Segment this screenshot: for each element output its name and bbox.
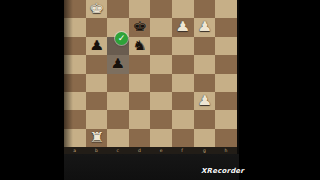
- square-b2: [86, 110, 108, 128]
- screen: { "game": "chess", "app_context": "scree…: [0, 0, 320, 180]
- square-b6: ♟: [86, 37, 108, 55]
- square-d3: [129, 92, 151, 110]
- square-g7: ♟: [194, 18, 216, 36]
- square-f2: [172, 110, 194, 128]
- square-h6: [215, 37, 237, 55]
- square-g6: [194, 37, 216, 55]
- square-b8: ♚: [86, 0, 108, 18]
- square-a5: [64, 55, 86, 73]
- square-e2: [150, 110, 172, 128]
- file-label-g: g: [203, 148, 206, 153]
- square-d2: [129, 110, 151, 128]
- square-e8: [150, 0, 172, 18]
- file-label-a: a: [73, 148, 76, 153]
- video-content[interactable]: ♚♚♟♟♟♞♟♟♜ ✓ abcdefgh: [64, 0, 239, 180]
- square-f5: [172, 55, 194, 73]
- xrecorder-watermark: XRecorder: [201, 167, 244, 175]
- square-a6: [64, 37, 86, 55]
- correct-move-check-icon: ✓: [115, 32, 128, 45]
- square-h1: [215, 129, 237, 147]
- square-f1: [172, 129, 194, 147]
- square-d6: ♞: [129, 37, 151, 55]
- pillarbox-right: [239, 0, 320, 180]
- square-h3: [215, 92, 237, 110]
- square-a8: [64, 0, 86, 18]
- square-f4: [172, 74, 194, 92]
- square-a2: [64, 110, 86, 128]
- square-a3: [64, 92, 86, 110]
- file-label-c: c: [117, 148, 119, 153]
- square-c4: [107, 74, 129, 92]
- square-f8: [172, 0, 194, 18]
- file-coordinate-labels: abcdefgh: [64, 148, 237, 154]
- square-c8: [107, 0, 129, 18]
- file-label-b: b: [95, 148, 98, 153]
- square-h2: [215, 110, 237, 128]
- square-e7: [150, 18, 172, 36]
- square-b5: [86, 55, 108, 73]
- square-c5: ♟: [107, 55, 129, 73]
- square-c3: [107, 92, 129, 110]
- square-e1: [150, 129, 172, 147]
- square-e4: [150, 74, 172, 92]
- square-b4: [86, 74, 108, 92]
- black-king: ♚: [128, 20, 151, 35]
- square-f7: ♟: [172, 18, 194, 36]
- square-e5: [150, 55, 172, 73]
- square-g3: ♟: [194, 92, 216, 110]
- black-pawn: ♟: [85, 38, 108, 53]
- square-a4: [64, 74, 86, 92]
- black-knight: ♞: [128, 38, 151, 53]
- square-g5: [194, 55, 216, 73]
- square-h5: [215, 55, 237, 73]
- square-a7: [64, 18, 86, 36]
- square-b3: [86, 92, 108, 110]
- white-rook: ♜: [85, 130, 108, 145]
- chess-board[interactable]: ♚♚♟♟♟♞♟♟♜: [64, 0, 237, 147]
- square-g1: [194, 129, 216, 147]
- square-d5: [129, 55, 151, 73]
- square-b1: ♜: [86, 129, 108, 147]
- square-g4: [194, 74, 216, 92]
- white-pawn: ♟: [193, 93, 216, 108]
- square-b7: [86, 18, 108, 36]
- square-f3: [172, 92, 194, 110]
- square-h7: [215, 18, 237, 36]
- file-label-f: f: [181, 148, 183, 153]
- white-pawn: ♟: [171, 20, 194, 35]
- square-f6: [172, 37, 194, 55]
- square-g2: [194, 110, 216, 128]
- square-e6: [150, 37, 172, 55]
- white-pawn: ♟: [193, 20, 216, 35]
- square-g8: [194, 0, 216, 18]
- white-king: ♚: [85, 1, 108, 16]
- file-label-h: h: [225, 148, 228, 153]
- black-pawn: ♟: [107, 57, 130, 72]
- file-label-d: d: [138, 148, 141, 153]
- square-d1: [129, 129, 151, 147]
- square-c2: [107, 110, 129, 128]
- square-a1: [64, 129, 86, 147]
- square-h8: [215, 0, 237, 18]
- square-h4: [215, 74, 237, 92]
- file-label-e: e: [160, 148, 163, 153]
- square-c1: [107, 129, 129, 147]
- pillarbox-left: [0, 0, 64, 180]
- square-d8: [129, 0, 151, 18]
- square-d7: ♚: [129, 18, 151, 36]
- square-e3: [150, 92, 172, 110]
- square-d4: [129, 74, 151, 92]
